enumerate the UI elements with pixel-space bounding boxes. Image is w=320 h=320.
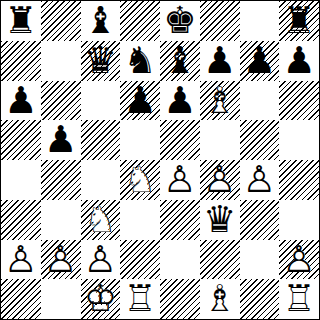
white-bishop-f6[interactable]: ♝♗ [200, 81, 240, 121]
white-piece-outline: ♙ [81, 240, 121, 280]
square-h6[interactable] [279, 81, 319, 121]
white-piece-outline: ♔ [81, 279, 121, 319]
square-g8[interactable] [240, 1, 280, 41]
square-c8[interactable]: ♝ [81, 1, 121, 41]
white-knight-c3[interactable]: ♞♘ [81, 200, 121, 240]
white-pawn-g4[interactable]: ♟♙ [240, 160, 280, 200]
white-king-c1[interactable]: ♚♔ [81, 279, 121, 319]
square-a3[interactable] [1, 200, 41, 240]
square-h1[interactable]: ♜♖ [279, 279, 319, 319]
square-c7[interactable]: ♛ [81, 41, 121, 81]
square-g3[interactable] [240, 200, 280, 240]
black-bishop-c8[interactable]: ♝ [81, 1, 121, 41]
square-b5[interactable]: ♟ [41, 120, 81, 160]
square-b3[interactable] [41, 200, 81, 240]
white-piece-outline: ♙ [240, 160, 280, 200]
white-piece-outline: ♗ [200, 81, 240, 121]
square-e5[interactable] [160, 120, 200, 160]
white-pawn-b2[interactable]: ♟♙ [41, 240, 81, 280]
square-e2[interactable] [160, 240, 200, 280]
white-piece-outline: ♙ [160, 160, 200, 200]
white-piece-outline: ♗ [200, 279, 240, 319]
square-g6[interactable] [240, 81, 280, 121]
square-h8[interactable]: ♜ [279, 1, 319, 41]
square-h2[interactable]: ♟♙ [279, 240, 319, 280]
square-f3[interactable]: ♛ [200, 200, 240, 240]
chessboard: ♜♝♚♜♛♞♝♟♟♟♟♟♟♝♗♟♞♘♟♙♟♙♟♙♞♘♛♟♙♟♙♟♙♟♙♚♔♜♖♝… [0, 0, 320, 320]
square-g1[interactable] [240, 279, 280, 319]
square-f1[interactable]: ♝♗ [200, 279, 240, 319]
board-wrap: ♜♝♚♜♛♞♝♟♟♟♟♟♟♝♗♟♞♘♟♙♟♙♟♙♞♘♛♟♙♟♙♟♙♟♙♚♔♜♖♝… [0, 0, 320, 320]
square-e4[interactable]: ♟♙ [160, 160, 200, 200]
square-g4[interactable]: ♟♙ [240, 160, 280, 200]
white-pawn-e4[interactable]: ♟♙ [160, 160, 200, 200]
white-piece-outline: ♖ [120, 279, 160, 319]
square-d7[interactable]: ♞ [120, 41, 160, 81]
black-queen-c7[interactable]: ♛ [81, 41, 121, 81]
square-c4[interactable] [81, 160, 121, 200]
square-h7[interactable]: ♟ [279, 41, 319, 81]
white-piece-outline: ♘ [120, 160, 160, 200]
square-d3[interactable] [120, 200, 160, 240]
square-d5[interactable] [120, 120, 160, 160]
square-d1[interactable]: ♜♖ [120, 279, 160, 319]
black-knight-d7[interactable]: ♞ [120, 41, 160, 81]
square-g2[interactable] [240, 240, 280, 280]
white-pawn-c2[interactable]: ♟♙ [81, 240, 121, 280]
black-pawn-a6[interactable]: ♟ [1, 81, 41, 121]
black-bishop-e7[interactable]: ♝ [160, 41, 200, 81]
white-pawn-f4[interactable]: ♟♙ [200, 160, 240, 200]
square-e3[interactable] [160, 200, 200, 240]
square-f4[interactable]: ♟♙ [200, 160, 240, 200]
white-piece-outline: ♘ [81, 200, 121, 240]
square-c1[interactable]: ♚♔ [81, 279, 121, 319]
square-c2[interactable]: ♟♙ [81, 240, 121, 280]
square-a8[interactable]: ♜ [1, 1, 41, 41]
white-pawn-a2[interactable]: ♟♙ [1, 240, 41, 280]
square-d8[interactable] [120, 1, 160, 41]
white-rook-h1[interactable]: ♜♖ [279, 279, 319, 319]
black-pawn-g7[interactable]: ♟ [240, 41, 280, 81]
square-b1[interactable] [41, 279, 81, 319]
square-f8[interactable] [200, 1, 240, 41]
square-d2[interactable] [120, 240, 160, 280]
square-a2[interactable]: ♟♙ [1, 240, 41, 280]
black-pawn-d6[interactable]: ♟ [120, 81, 160, 121]
square-f7[interactable]: ♟ [200, 41, 240, 81]
white-piece-outline: ♙ [279, 240, 319, 280]
black-pawn-b5[interactable]: ♟ [41, 120, 81, 160]
square-b2[interactable]: ♟♙ [41, 240, 81, 280]
square-c5[interactable] [81, 120, 121, 160]
square-e8[interactable]: ♚ [160, 1, 200, 41]
square-b6[interactable] [41, 81, 81, 121]
square-f2[interactable] [200, 240, 240, 280]
square-h5[interactable] [279, 120, 319, 160]
square-g7[interactable]: ♟ [240, 41, 280, 81]
square-b7[interactable] [41, 41, 81, 81]
black-rook-a8[interactable]: ♜ [1, 1, 41, 41]
square-e1[interactable] [160, 279, 200, 319]
square-b4[interactable] [41, 160, 81, 200]
white-piece-outline: ♖ [279, 279, 319, 319]
square-b8[interactable] [41, 1, 81, 41]
square-f6[interactable]: ♝♗ [200, 81, 240, 121]
square-d4[interactable]: ♞♘ [120, 160, 160, 200]
white-piece-outline: ♙ [1, 240, 41, 280]
square-a1[interactable] [1, 279, 41, 319]
square-g5[interactable] [240, 120, 280, 160]
square-f5[interactable] [200, 120, 240, 160]
black-pawn-e6[interactable]: ♟ [160, 81, 200, 121]
black-pawn-h7[interactable]: ♟ [279, 41, 319, 81]
square-a4[interactable] [1, 160, 41, 200]
square-a5[interactable] [1, 120, 41, 160]
square-c6[interactable] [81, 81, 121, 121]
black-queen-f3[interactable]: ♛ [200, 200, 240, 240]
square-c3[interactable]: ♞♘ [81, 200, 121, 240]
white-piece-outline: ♙ [41, 240, 81, 280]
square-e7[interactable]: ♝ [160, 41, 200, 81]
white-knight-d4[interactable]: ♞♘ [120, 160, 160, 200]
square-h3[interactable] [279, 200, 319, 240]
white-bishop-f1[interactable]: ♝♗ [200, 279, 240, 319]
square-a7[interactable] [1, 41, 41, 81]
black-king-e8[interactable]: ♚ [160, 1, 200, 41]
square-e6[interactable]: ♟ [160, 81, 200, 121]
square-a6[interactable]: ♟ [1, 81, 41, 121]
white-rook-d1[interactable]: ♜♖ [120, 279, 160, 319]
square-h4[interactable] [279, 160, 319, 200]
square-d6[interactable]: ♟ [120, 81, 160, 121]
white-piece-outline: ♙ [200, 160, 240, 200]
black-rook-h8[interactable]: ♜ [279, 1, 319, 41]
black-pawn-f7[interactable]: ♟ [200, 41, 240, 81]
white-pawn-h2[interactable]: ♟♙ [279, 240, 319, 280]
